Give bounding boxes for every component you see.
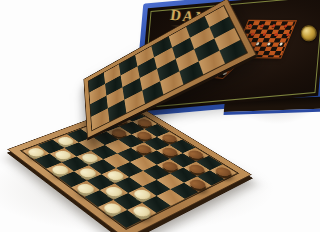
art-white-piece: [278, 43, 282, 46]
product-photo-scene: DAME: [0, 0, 320, 232]
art-red-piece: [271, 25, 275, 28]
art-red-piece: [259, 24, 263, 27]
art-red-piece: [283, 25, 287, 28]
art-red-piece: [273, 34, 277, 37]
art-red-piece: [285, 34, 289, 37]
